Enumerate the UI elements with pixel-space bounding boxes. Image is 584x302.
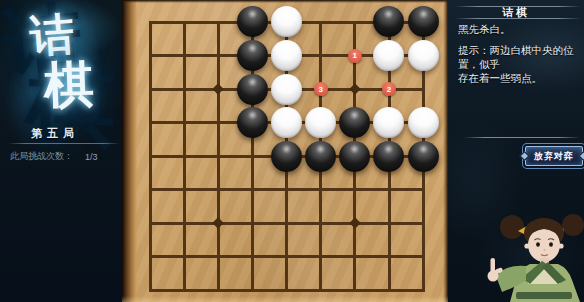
- black-stone: [408, 6, 439, 37]
- hint-line-2: 存在着一些弱点。: [458, 71, 580, 85]
- white-stone: [373, 107, 404, 138]
- black-stone: [373, 6, 404, 37]
- puzzle-calligraphy-char2: 棋: [43, 51, 95, 120]
- eye-left: [536, 242, 540, 247]
- hint-line-1: 提示：两边白棋中央的位置，似乎: [458, 43, 580, 71]
- white-stone: [408, 40, 439, 71]
- pointing-finger: [491, 258, 496, 276]
- white-stone: [373, 40, 404, 71]
- face: [528, 228, 560, 262]
- black-stone: [339, 141, 370, 172]
- sash: [516, 292, 572, 299]
- black-stone: [237, 107, 268, 138]
- round-label: 第五局: [0, 126, 110, 141]
- left-panel: 诘 棋 诘 棋 第五局 此局挑战次数： 1/3: [0, 0, 122, 302]
- hair-bun-left: [500, 215, 524, 239]
- divider: [455, 18, 581, 19]
- hint-text: 提示：两边白棋中央的位置，似乎 存在着一些弱点。: [458, 43, 580, 85]
- board-grid[interactable]: 123: [133, 5, 440, 302]
- white-stone: [408, 107, 439, 138]
- black-stone: [339, 107, 370, 138]
- white-stone: [271, 74, 302, 105]
- eye-right: [549, 242, 553, 247]
- attempts-row: 此局挑战次数： 1/3: [10, 150, 98, 163]
- attempts-value: 1/3: [85, 152, 98, 162]
- give-up-button-label: 放弃对弈: [534, 150, 574, 163]
- objective-text: 黑先杀白。: [458, 23, 511, 37]
- black-stone: [305, 141, 336, 172]
- black-stone: [237, 40, 268, 71]
- give-up-button[interactable]: 放弃对弈: [525, 146, 583, 166]
- black-stone: [237, 74, 268, 105]
- white-stone: [305, 107, 336, 138]
- white-stone: [271, 6, 302, 37]
- npc-portrait: [460, 200, 584, 302]
- hair-bun-right: [562, 214, 584, 236]
- white-stone: [271, 40, 302, 71]
- ear-right: [558, 243, 563, 248]
- divider: [464, 137, 580, 138]
- divider: [8, 143, 120, 144]
- move-hint-marker-3: 3: [314, 82, 328, 96]
- ear-left: [524, 243, 529, 248]
- attempts-label: 此局挑战次数：: [10, 150, 73, 163]
- white-stone: [271, 107, 302, 138]
- move-hint-marker-1: 1: [348, 49, 362, 63]
- go-board[interactable]: 123: [122, 0, 448, 302]
- black-stone: [408, 141, 439, 172]
- black-stone: [271, 141, 302, 172]
- black-stone: [237, 6, 268, 37]
- info-panel: 诘棋 黑先杀白。 提示：两边白棋中央的位置，似乎 存在着一些弱点。 放弃对弈: [448, 0, 584, 302]
- black-stone: [373, 141, 404, 172]
- nose: [544, 249, 546, 251]
- move-hint-marker-2: 2: [382, 82, 396, 96]
- game-screen: 诘 棋 诘 棋 第五局 此局挑战次数： 1/3 123 诘棋 黑先杀白。 提示：…: [0, 0, 584, 302]
